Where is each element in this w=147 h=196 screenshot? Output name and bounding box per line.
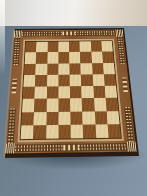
inlay-motif-top-center [62,31,75,35]
square-f3[interactable] [82,98,94,111]
square-d4[interactable] [58,86,70,98]
square-h7[interactable] [102,52,114,63]
inlay-motif-right-center [122,78,128,92]
square-g5[interactable] [92,74,104,86]
square-a1[interactable] [21,125,34,139]
square-e2[interactable] [70,111,83,124]
square-h8[interactable] [101,41,113,52]
square-b1[interactable] [33,125,46,139]
square-c3[interactable] [46,99,58,112]
square-a8[interactable] [25,42,36,53]
square-a2[interactable] [21,112,34,125]
square-f7[interactable] [80,52,92,63]
square-b5[interactable] [35,75,47,87]
square-h3[interactable] [105,98,118,111]
square-d8[interactable] [58,42,69,53]
square-d7[interactable] [58,52,69,63]
square-f5[interactable] [81,74,93,86]
square-e3[interactable] [70,98,82,111]
square-f8[interactable] [80,41,91,52]
playing-area [20,40,122,140]
square-a7[interactable] [25,52,37,63]
square-h1[interactable] [107,124,121,138]
square-b7[interactable] [36,52,47,63]
square-g4[interactable] [93,86,105,98]
square-a3[interactable] [22,99,35,112]
square-b4[interactable] [35,87,47,99]
square-f6[interactable] [80,63,92,74]
inlay-motif-bottom-center [63,145,78,151]
square-g7[interactable] [91,52,103,63]
inlay-band-left-lower [7,109,16,144]
square-e8[interactable] [69,41,80,52]
square-g1[interactable] [95,124,108,138]
square-d1[interactable] [58,125,71,139]
square-g8[interactable] [90,41,102,52]
square-h6[interactable] [103,63,115,74]
square-b8[interactable] [36,42,47,53]
square-c8[interactable] [47,42,58,53]
square-c2[interactable] [46,111,58,124]
scene [0,0,147,196]
square-f2[interactable] [82,111,95,124]
square-b3[interactable] [34,99,46,112]
square-c4[interactable] [46,86,58,98]
chessboard [3,28,139,158]
square-e4[interactable] [70,86,82,98]
square-e6[interactable] [69,63,81,74]
square-g6[interactable] [92,63,104,74]
square-g3[interactable] [94,98,107,111]
square-c6[interactable] [47,63,58,75]
square-d5[interactable] [58,74,70,86]
square-h4[interactable] [104,86,117,98]
inlay-corner-bottom-right [127,142,137,152]
inlay-corner-bottom-left [5,143,14,153]
square-e1[interactable] [71,124,84,138]
square-e7[interactable] [69,52,80,63]
inlay-band-left-upper [13,37,21,65]
square-a4[interactable] [23,87,35,99]
wall-corner-highlight [0,0,5,82]
inlay-corner-top-left [14,30,22,37]
square-f1[interactable] [83,124,96,138]
inlay-motif-left-center [12,79,17,94]
square-h5[interactable] [104,74,116,86]
square-h2[interactable] [106,111,119,124]
square-d3[interactable] [58,99,70,112]
square-f4[interactable] [81,86,93,98]
square-c1[interactable] [46,125,59,139]
square-b6[interactable] [35,63,47,75]
square-e5[interactable] [70,74,82,86]
square-d6[interactable] [58,63,69,74]
square-b2[interactable] [34,112,47,125]
inlay-corner-top-right [115,30,123,37]
square-g2[interactable] [94,111,107,124]
square-c5[interactable] [47,75,59,87]
square-c7[interactable] [47,52,58,63]
square-d2[interactable] [58,111,70,124]
square-a5[interactable] [23,75,35,87]
square-a6[interactable] [24,63,36,75]
